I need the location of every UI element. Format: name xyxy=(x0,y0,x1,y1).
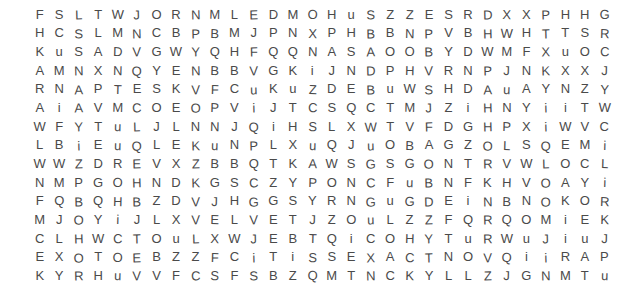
grid-cell[interactable]: W xyxy=(517,154,536,173)
grid-cell[interactable]: X xyxy=(536,43,556,62)
grid-cell[interactable]: A xyxy=(69,99,89,118)
grid-cell[interactable]: C xyxy=(361,98,380,117)
grid-cell[interactable]: V xyxy=(419,61,439,80)
grid-cell[interactable]: P xyxy=(595,247,614,266)
grid-cell[interactable]: A xyxy=(575,248,594,267)
grid-cell[interactable]: Q xyxy=(127,61,147,80)
grid-cell[interactable]: i xyxy=(264,117,283,136)
grid-cell[interactable]: S xyxy=(147,80,166,99)
grid-cell[interactable]: F xyxy=(225,266,244,285)
grid-cell[interactable]: L xyxy=(49,229,68,248)
grid-cell[interactable]: T xyxy=(575,266,594,285)
grid-cell[interactable]: M xyxy=(283,5,302,24)
grid-cell[interactable]: A xyxy=(477,80,497,99)
grid-cell[interactable]: L xyxy=(69,5,89,24)
grid-cell[interactable]: S xyxy=(341,42,360,61)
grid-cell[interactable]: D xyxy=(458,80,477,99)
grid-cell[interactable]: B xyxy=(49,136,68,155)
grid-cell[interactable]: X xyxy=(49,247,68,266)
grid-cell[interactable]: Z xyxy=(302,79,322,98)
grid-cell[interactable]: G xyxy=(244,192,264,211)
grid-cell[interactable]: C xyxy=(49,24,68,43)
grid-cell[interactable]: Y xyxy=(575,173,594,192)
grid-cell[interactable]: C xyxy=(575,154,594,173)
grid-cell[interactable]: F xyxy=(205,247,225,266)
grid-cell[interactable]: E xyxy=(30,248,49,267)
grid-cell[interactable]: B xyxy=(205,23,225,42)
grid-cell[interactable]: Y xyxy=(594,79,614,98)
grid-cell[interactable]: J xyxy=(244,229,264,248)
grid-cell[interactable]: G xyxy=(205,172,224,191)
grid-cell[interactable]: u xyxy=(556,42,575,61)
grid-cell[interactable]: E xyxy=(556,135,575,154)
grid-cell[interactable]: R xyxy=(477,155,497,174)
grid-cell[interactable]: O xyxy=(380,42,399,61)
grid-cell[interactable]: Y xyxy=(303,191,322,210)
grid-cell[interactable]: T xyxy=(341,266,360,285)
grid-cell[interactable]: C xyxy=(302,98,322,117)
grid-cell[interactable]: S xyxy=(419,80,439,99)
grid-cell[interactable]: W xyxy=(497,228,516,247)
grid-cell[interactable]: X xyxy=(497,5,517,24)
grid-cell[interactable]: P xyxy=(302,173,322,192)
grid-cell[interactable]: u xyxy=(594,266,614,285)
grid-cell[interactable]: C xyxy=(127,99,147,118)
grid-cell[interactable]: H xyxy=(477,117,497,136)
grid-cell[interactable]: C xyxy=(400,247,420,266)
grid-cell[interactable]: S xyxy=(69,42,88,61)
grid-cell[interactable]: J xyxy=(147,117,166,136)
grid-cell[interactable]: W xyxy=(108,5,128,24)
grid-cell[interactable]: X xyxy=(166,210,185,229)
grid-cell[interactable]: K xyxy=(594,210,614,229)
grid-cell[interactable]: J xyxy=(419,99,439,118)
grid-cell[interactable]: L xyxy=(88,24,107,43)
grid-cell[interactable]: E xyxy=(264,229,283,248)
grid-cell[interactable]: A xyxy=(556,173,575,192)
grid-cell[interactable]: X xyxy=(361,248,381,267)
grid-cell[interactable]: X xyxy=(283,135,302,154)
grid-cell[interactable]: u xyxy=(517,229,536,248)
grid-cell[interactable]: A xyxy=(380,248,399,267)
grid-cell[interactable]: M xyxy=(536,210,555,229)
grid-cell[interactable]: i xyxy=(536,248,556,267)
grid-cell[interactable]: i xyxy=(49,98,68,117)
grid-cell[interactable]: A xyxy=(30,98,49,117)
grid-cell[interactable]: u xyxy=(575,229,594,248)
grid-cell[interactable]: i xyxy=(556,210,575,229)
grid-cell[interactable]: K xyxy=(30,266,49,285)
grid-cell[interactable]: N xyxy=(477,192,497,211)
grid-cell[interactable]: R xyxy=(30,80,49,99)
grid-cell[interactable]: R xyxy=(69,267,89,286)
grid-cell[interactable]: T xyxy=(458,154,477,173)
grid-cell[interactable]: G xyxy=(400,191,420,210)
grid-cell[interactable]: R xyxy=(594,23,614,42)
grid-cell[interactable]: L xyxy=(147,210,166,229)
grid-cell[interactable]: M xyxy=(225,24,244,43)
grid-cell[interactable]: O xyxy=(341,210,360,229)
grid-cell[interactable]: B xyxy=(166,24,185,43)
grid-cell[interactable]: M xyxy=(575,136,594,155)
grid-cell[interactable]: G xyxy=(458,116,477,135)
grid-cell[interactable]: B xyxy=(205,61,225,80)
grid-cell[interactable]: F xyxy=(517,42,536,61)
grid-cell[interactable]: D xyxy=(361,61,381,80)
grid-cell[interactable]: O xyxy=(108,247,128,266)
grid-cell[interactable]: F xyxy=(380,173,399,192)
grid-cell[interactable]: i xyxy=(458,192,477,211)
grid-cell[interactable]: K xyxy=(283,154,302,173)
grid-cell[interactable]: J xyxy=(225,117,244,136)
grid-cell[interactable]: K xyxy=(478,172,497,191)
grid-cell[interactable]: N xyxy=(69,61,89,80)
grid-cell[interactable]: Z xyxy=(185,155,205,174)
grid-cell[interactable]: Y xyxy=(185,43,205,62)
grid-cell[interactable]: D xyxy=(108,42,128,61)
grid-cell[interactable]: E xyxy=(205,210,225,229)
grid-cell[interactable]: X xyxy=(517,5,536,24)
grid-cell[interactable]: V xyxy=(244,211,264,230)
grid-cell[interactable]: T xyxy=(575,98,594,117)
grid-cell[interactable]: O xyxy=(536,173,556,192)
grid-cell[interactable]: N xyxy=(185,5,205,24)
grid-cell[interactable]: L xyxy=(536,155,556,174)
grid-cell[interactable]: C xyxy=(594,42,614,61)
grid-cell[interactable]: X xyxy=(88,61,107,80)
grid-cell[interactable]: T xyxy=(380,98,399,117)
grid-cell[interactable]: P xyxy=(69,172,88,191)
grid-cell[interactable]: N xyxy=(536,267,556,286)
grid-cell[interactable]: F xyxy=(458,173,477,192)
grid-cell[interactable]: Y xyxy=(419,229,439,248)
grid-cell[interactable]: u xyxy=(108,266,128,285)
grid-cell[interactable]: L xyxy=(594,154,614,173)
grid-cell[interactable]: u xyxy=(400,173,420,192)
grid-cell[interactable]: S xyxy=(341,154,360,173)
grid-cell[interactable]: J xyxy=(264,98,283,117)
grid-cell[interactable]: H xyxy=(400,229,420,248)
grid-cell[interactable]: i xyxy=(594,135,614,154)
grid-cell[interactable]: E xyxy=(127,155,147,174)
grid-cell[interactable]: J xyxy=(497,61,517,80)
grid-cell[interactable]: u xyxy=(361,136,381,155)
grid-cell[interactable]: V xyxy=(185,80,205,99)
grid-cell[interactable]: M xyxy=(108,23,127,42)
grid-cell[interactable]: E xyxy=(439,191,458,210)
grid-cell[interactable]: i xyxy=(517,248,536,267)
grid-cell[interactable]: W xyxy=(166,42,185,61)
grid-cell[interactable]: Q xyxy=(497,210,517,229)
grid-cell[interactable]: T xyxy=(283,210,302,229)
grid-cell[interactable]: G xyxy=(594,5,614,24)
grid-cell[interactable]: M xyxy=(322,266,341,285)
grid-cell[interactable]: i xyxy=(244,99,264,118)
grid-cell[interactable]: D xyxy=(477,5,497,24)
grid-cell[interactable]: Z xyxy=(264,173,283,192)
grid-cell[interactable]: Z xyxy=(400,5,420,24)
grid-cell[interactable]: P xyxy=(497,117,517,136)
grid-cell[interactable]: i xyxy=(341,229,360,248)
grid-cell[interactable]: S xyxy=(575,24,594,43)
grid-cell[interactable]: H xyxy=(556,5,575,24)
grid-cell[interactable]: Q xyxy=(283,42,302,61)
grid-cell[interactable]: i xyxy=(594,173,614,192)
grid-cell[interactable]: Q xyxy=(497,247,517,266)
grid-cell[interactable]: N xyxy=(108,61,128,80)
grid-cell[interactable]: Z xyxy=(380,5,399,24)
grid-cell[interactable]: T xyxy=(439,229,458,248)
grid-cell[interactable]: O xyxy=(147,229,166,248)
grid-cell[interactable]: T xyxy=(264,154,283,173)
grid-cell[interactable]: A xyxy=(30,60,49,79)
grid-cell[interactable]: B xyxy=(361,24,381,43)
grid-cell[interactable]: X xyxy=(575,60,594,79)
grid-cell[interactable]: O xyxy=(69,211,89,230)
grid-cell[interactable]: Q xyxy=(322,136,341,155)
grid-cell[interactable]: F xyxy=(419,117,439,136)
grid-cell[interactable]: D xyxy=(264,5,283,24)
grid-cell[interactable]: B xyxy=(458,24,477,43)
grid-cell[interactable]: D xyxy=(419,192,439,211)
grid-cell[interactable]: N xyxy=(439,154,458,173)
grid-cell[interactable]: X xyxy=(205,229,225,248)
grid-cell[interactable]: K xyxy=(264,79,283,98)
grid-cell[interactable]: A xyxy=(419,135,438,154)
grid-cell[interactable]: J xyxy=(594,61,614,80)
grid-cell[interactable]: P xyxy=(322,24,341,43)
grid-cell[interactable]: M xyxy=(108,98,128,117)
grid-cell[interactable]: V xyxy=(185,211,205,230)
grid-cell[interactable]: T xyxy=(419,248,439,267)
grid-cell[interactable]: N xyxy=(341,172,360,191)
grid-cell[interactable]: B xyxy=(419,173,439,192)
grid-cell[interactable]: u xyxy=(49,42,68,61)
grid-cell[interactable]: W xyxy=(361,117,381,136)
grid-cell[interactable]: W xyxy=(225,228,244,247)
grid-cell[interactable]: A xyxy=(322,42,341,61)
grid-cell[interactable]: C xyxy=(30,229,49,248)
grid-cell[interactable]: W xyxy=(322,154,341,173)
grid-cell[interactable]: N xyxy=(341,192,360,211)
grid-cell[interactable]: K xyxy=(283,61,302,80)
grid-cell[interactable]: N xyxy=(302,42,322,61)
grid-cell[interactable]: Q xyxy=(127,136,147,155)
grid-cell[interactable]: O xyxy=(69,248,89,267)
grid-cell[interactable]: H xyxy=(30,24,49,43)
grid-cell[interactable]: L xyxy=(225,210,244,229)
grid-cell[interactable]: P xyxy=(477,61,497,80)
grid-cell[interactable]: O xyxy=(458,247,477,266)
grid-cell[interactable]: T xyxy=(88,117,107,136)
grid-cell[interactable]: S xyxy=(302,117,322,136)
grid-cell[interactable]: G xyxy=(361,155,381,174)
grid-cell[interactable]: T xyxy=(556,24,575,43)
grid-cell[interactable]: Q xyxy=(341,98,360,117)
grid-cell[interactable]: S xyxy=(361,5,381,24)
grid-cell[interactable]: T xyxy=(302,229,322,248)
grid-cell[interactable]: i xyxy=(458,98,477,117)
grid-cell[interactable]: H xyxy=(88,266,107,285)
grid-cell[interactable]: Q xyxy=(244,117,264,136)
grid-cell[interactable]: X xyxy=(556,61,575,80)
grid-cell[interactable]: W xyxy=(88,228,107,247)
grid-cell[interactable]: u xyxy=(380,80,399,99)
grid-cell[interactable]: O xyxy=(380,229,399,248)
grid-cell[interactable]: H xyxy=(477,24,497,43)
grid-cell[interactable]: B xyxy=(400,135,420,154)
grid-cell[interactable]: O xyxy=(517,210,536,229)
grid-cell[interactable]: K xyxy=(536,61,556,80)
grid-cell[interactable]: u xyxy=(458,229,477,248)
grid-cell[interactable]: O xyxy=(400,42,420,61)
grid-cell[interactable]: L xyxy=(147,135,166,154)
grid-cell[interactable]: i xyxy=(536,99,556,118)
grid-cell[interactable]: R xyxy=(556,248,575,267)
grid-cell[interactable]: W xyxy=(400,79,419,98)
grid-cell[interactable]: J xyxy=(322,61,341,80)
grid-cell[interactable]: T xyxy=(283,98,302,117)
grid-cell[interactable]: N xyxy=(186,116,205,135)
grid-cell[interactable]: V xyxy=(185,192,205,211)
grid-cell[interactable]: V xyxy=(127,43,147,62)
grid-cell[interactable]: u xyxy=(244,80,264,99)
grid-cell[interactable]: B xyxy=(147,248,166,267)
grid-cell[interactable]: R xyxy=(477,211,497,230)
grid-cell[interactable]: Y xyxy=(419,266,438,285)
grid-cell[interactable]: H xyxy=(283,117,302,136)
grid-cell[interactable]: W xyxy=(30,117,49,136)
grid-cell[interactable]: O xyxy=(185,99,205,118)
grid-cell[interactable]: O xyxy=(108,173,128,192)
grid-cell[interactable]: D xyxy=(166,173,185,192)
grid-cell[interactable]: P xyxy=(88,80,107,99)
grid-cell[interactable]: T xyxy=(127,229,147,248)
grid-cell[interactable]: V xyxy=(575,117,594,136)
grid-cell[interactable]: E xyxy=(575,210,594,229)
grid-cell[interactable]: B xyxy=(69,192,89,211)
grid-cell[interactable]: R xyxy=(322,192,341,211)
grid-cell[interactable]: R xyxy=(439,60,458,79)
grid-cell[interactable]: S xyxy=(322,98,341,117)
grid-cell[interactable]: E xyxy=(264,210,283,229)
grid-cell[interactable]: J xyxy=(127,5,147,24)
grid-cell[interactable]: C xyxy=(225,248,244,267)
grid-cell[interactable]: V xyxy=(497,154,517,173)
grid-cell[interactable]: u xyxy=(205,135,225,154)
grid-cell[interactable]: A xyxy=(69,80,89,99)
grid-cell[interactable]: Z xyxy=(69,155,89,174)
grid-cell[interactable]: K xyxy=(185,173,205,192)
grid-cell[interactable]: X xyxy=(166,154,185,173)
grid-cell[interactable]: Z xyxy=(322,210,341,229)
grid-cell[interactable]: T xyxy=(536,24,556,43)
grid-cell[interactable]: O xyxy=(575,191,594,210)
grid-cell[interactable]: O xyxy=(380,136,399,155)
grid-cell[interactable]: H xyxy=(69,229,89,248)
grid-cell[interactable]: C xyxy=(185,267,205,286)
grid-cell[interactable]: L xyxy=(264,136,283,155)
grid-cell[interactable]: i xyxy=(536,117,556,136)
grid-cell[interactable]: W xyxy=(30,154,49,173)
grid-cell[interactable]: Q xyxy=(322,229,341,248)
grid-cell[interactable]: G xyxy=(361,192,381,211)
grid-cell[interactable]: Q xyxy=(264,42,283,61)
grid-cell[interactable]: E xyxy=(127,248,147,267)
grid-cell[interactable]: K xyxy=(185,136,205,155)
grid-cell[interactable]: Q xyxy=(88,192,107,211)
grid-cell[interactable]: X xyxy=(341,117,360,136)
grid-cell[interactable]: W xyxy=(49,154,68,173)
grid-cell[interactable]: D xyxy=(439,117,458,136)
grid-cell[interactable]: N xyxy=(497,98,516,117)
grid-cell[interactable]: D xyxy=(88,154,107,173)
grid-cell[interactable]: J xyxy=(341,136,360,155)
grid-cell[interactable]: u xyxy=(108,117,128,136)
grid-cell[interactable]: Y xyxy=(536,79,555,98)
grid-cell[interactable]: E xyxy=(166,98,185,117)
grid-cell[interactable]: Z xyxy=(575,80,594,99)
grid-cell[interactable]: T xyxy=(88,248,107,267)
grid-cell[interactable]: L xyxy=(185,229,205,248)
grid-cell[interactable]: Z xyxy=(283,266,302,285)
grid-cell[interactable]: B xyxy=(419,43,439,62)
grid-cell[interactable]: O xyxy=(147,5,166,24)
grid-cell[interactable]: L xyxy=(127,117,147,136)
grid-cell[interactable]: S xyxy=(244,267,264,286)
grid-cell[interactable]: H xyxy=(322,5,341,24)
grid-cell[interactable]: E xyxy=(166,136,185,155)
grid-cell[interactable]: P xyxy=(185,24,205,43)
grid-cell[interactable]: F xyxy=(244,43,264,62)
grid-cell[interactable]: H xyxy=(108,191,128,210)
grid-cell[interactable]: A xyxy=(88,42,107,61)
grid-cell[interactable]: J xyxy=(302,210,322,229)
grid-cell[interactable]: R xyxy=(108,154,127,173)
grid-cell[interactable]: L xyxy=(380,210,399,229)
grid-cell[interactable]: K xyxy=(30,42,49,61)
grid-cell[interactable]: A xyxy=(517,80,536,99)
grid-cell[interactable]: N xyxy=(30,173,49,192)
grid-cell[interactable]: D xyxy=(322,80,341,99)
grid-cell[interactable]: Q xyxy=(536,136,556,155)
grid-cell[interactable]: V xyxy=(147,266,166,285)
grid-cell[interactable]: i xyxy=(244,248,264,267)
grid-cell[interactable]: N xyxy=(361,267,381,286)
grid-cell[interactable]: J xyxy=(244,23,263,42)
grid-cell[interactable]: S xyxy=(517,136,536,155)
grid-cell[interactable]: Q xyxy=(49,192,68,211)
grid-cell[interactable]: G xyxy=(88,173,107,192)
grid-cell[interactable]: N xyxy=(517,61,536,80)
grid-cell[interactable]: L xyxy=(497,135,517,154)
grid-cell[interactable]: M xyxy=(497,42,517,61)
grid-cell[interactable]: E xyxy=(341,248,360,267)
grid-cell[interactable]: G xyxy=(264,61,283,80)
grid-cell[interactable]: L xyxy=(225,5,244,24)
grid-cell[interactable]: H xyxy=(477,99,497,118)
grid-cell[interactable]: X xyxy=(517,117,536,136)
grid-cell[interactable]: H xyxy=(497,173,517,192)
grid-cell[interactable]: u xyxy=(166,229,185,248)
grid-cell[interactable]: N xyxy=(517,192,536,211)
grid-cell[interactable]: T xyxy=(88,5,107,24)
grid-cell[interactable]: N xyxy=(341,61,360,80)
grid-cell[interactable]: T xyxy=(108,79,128,98)
grid-cell[interactable]: G xyxy=(147,42,166,61)
grid-cell[interactable]: Z xyxy=(477,267,497,286)
grid-cell[interactable]: i xyxy=(108,210,128,229)
